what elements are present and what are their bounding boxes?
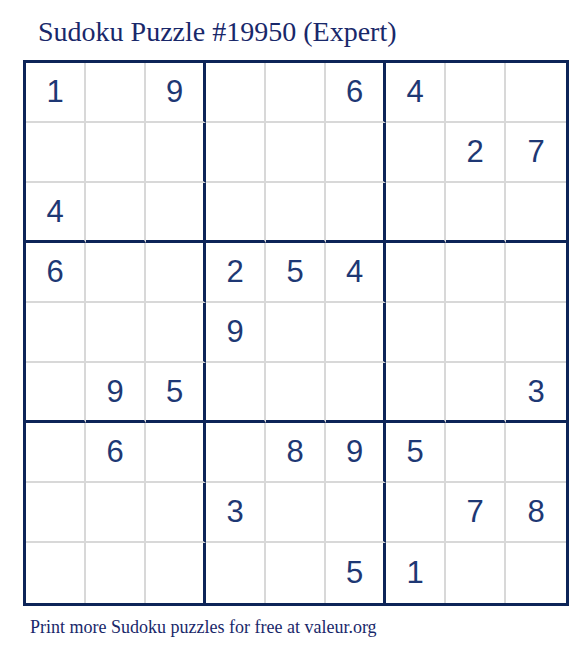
sudoku-cell-r3c8 [446,183,506,243]
sudoku-cell-r6c7 [386,363,446,423]
sudoku-cell-r2c5 [266,123,326,183]
sudoku-cell-r9c3 [146,543,206,603]
footer-text: Print more Sudoku puzzles for free at va… [30,617,377,638]
sudoku-cell-r8c2 [86,483,146,543]
sudoku-cell-r4c4: 2 [206,243,266,303]
sudoku-cell-r3c2 [86,183,146,243]
sudoku-cell-r7c5: 8 [266,423,326,483]
sudoku-cell-r3c1: 4 [26,183,86,243]
sudoku-cell-r4c3 [146,243,206,303]
sudoku-cell-r5c2 [86,303,146,363]
sudoku-cell-r7c6: 9 [326,423,386,483]
sudoku-cell-r4c6: 4 [326,243,386,303]
sudoku-cell-r6c4 [206,363,266,423]
sudoku-cell-r6c6 [326,363,386,423]
sudoku-cell-r7c1 [26,423,86,483]
sudoku-cell-r7c4 [206,423,266,483]
sudoku-cell-r2c6 [326,123,386,183]
sudoku-cell-r9c2 [86,543,146,603]
sudoku-cell-r2c4 [206,123,266,183]
sudoku-cell-r1c8 [446,63,506,123]
sudoku-cell-r6c1 [26,363,86,423]
sudoku-cell-r2c1 [26,123,86,183]
sudoku-cell-r2c2 [86,123,146,183]
sudoku-board: 196427462549953689537851 [23,60,569,606]
sudoku-cell-r1c6: 6 [326,63,386,123]
sudoku-cell-r3c3 [146,183,206,243]
sudoku-cell-r9c7: 1 [386,543,446,603]
sudoku-cell-r3c6 [326,183,386,243]
sudoku-cell-r4c7 [386,243,446,303]
sudoku-cell-r7c8 [446,423,506,483]
sudoku-cell-r4c9 [506,243,566,303]
sudoku-cell-r9c6: 5 [326,543,386,603]
page: Sudoku Puzzle #19950 (Expert) 1964274625… [0,0,580,651]
sudoku-cell-r1c5 [266,63,326,123]
sudoku-cell-r5c7 [386,303,446,363]
sudoku-cell-r3c9 [506,183,566,243]
sudoku-cell-r6c3: 5 [146,363,206,423]
sudoku-cell-r8c7 [386,483,446,543]
sudoku-cell-r9c1 [26,543,86,603]
sudoku-cell-r6c5 [266,363,326,423]
sudoku-cell-r9c4 [206,543,266,603]
sudoku-cell-r1c4 [206,63,266,123]
sudoku-cell-r2c9: 7 [506,123,566,183]
sudoku-cell-r5c9 [506,303,566,363]
sudoku-cell-r4c5: 5 [266,243,326,303]
sudoku-cell-r1c7: 4 [386,63,446,123]
sudoku-cell-r1c9 [506,63,566,123]
sudoku-cell-r5c3 [146,303,206,363]
sudoku-cell-r2c8: 2 [446,123,506,183]
sudoku-cell-r5c5 [266,303,326,363]
sudoku-cell-r8c5 [266,483,326,543]
sudoku-cell-r7c3 [146,423,206,483]
sudoku-cell-r4c8 [446,243,506,303]
sudoku-cell-r5c8 [446,303,506,363]
sudoku-cell-r9c8 [446,543,506,603]
sudoku-cell-r3c7 [386,183,446,243]
sudoku-cell-r8c6 [326,483,386,543]
sudoku-cell-r7c9 [506,423,566,483]
sudoku-cell-r5c6 [326,303,386,363]
sudoku-cell-r8c3 [146,483,206,543]
sudoku-cell-r1c3: 9 [146,63,206,123]
sudoku-cell-r6c9: 3 [506,363,566,423]
sudoku-cell-r6c8 [446,363,506,423]
sudoku-cell-r6c2: 9 [86,363,146,423]
sudoku-cell-r3c4 [206,183,266,243]
sudoku-cell-r9c5 [266,543,326,603]
sudoku-cell-r2c7 [386,123,446,183]
page-title: Sudoku Puzzle #19950 (Expert) [38,16,397,48]
sudoku-cell-r3c5 [266,183,326,243]
sudoku-cell-r2c3 [146,123,206,183]
sudoku-cell-r7c2: 6 [86,423,146,483]
sudoku-cell-r8c1 [26,483,86,543]
sudoku-cell-r1c1: 1 [26,63,86,123]
sudoku-cell-r5c4: 9 [206,303,266,363]
sudoku-cell-r5c1 [26,303,86,363]
sudoku-cell-r8c4: 3 [206,483,266,543]
sudoku-cell-r8c8: 7 [446,483,506,543]
sudoku-cell-r1c2 [86,63,146,123]
sudoku-cell-r8c9: 8 [506,483,566,543]
sudoku-cell-r4c2 [86,243,146,303]
sudoku-cell-r9c9 [506,543,566,603]
sudoku-cell-r7c7: 5 [386,423,446,483]
sudoku-cell-r4c1: 6 [26,243,86,303]
